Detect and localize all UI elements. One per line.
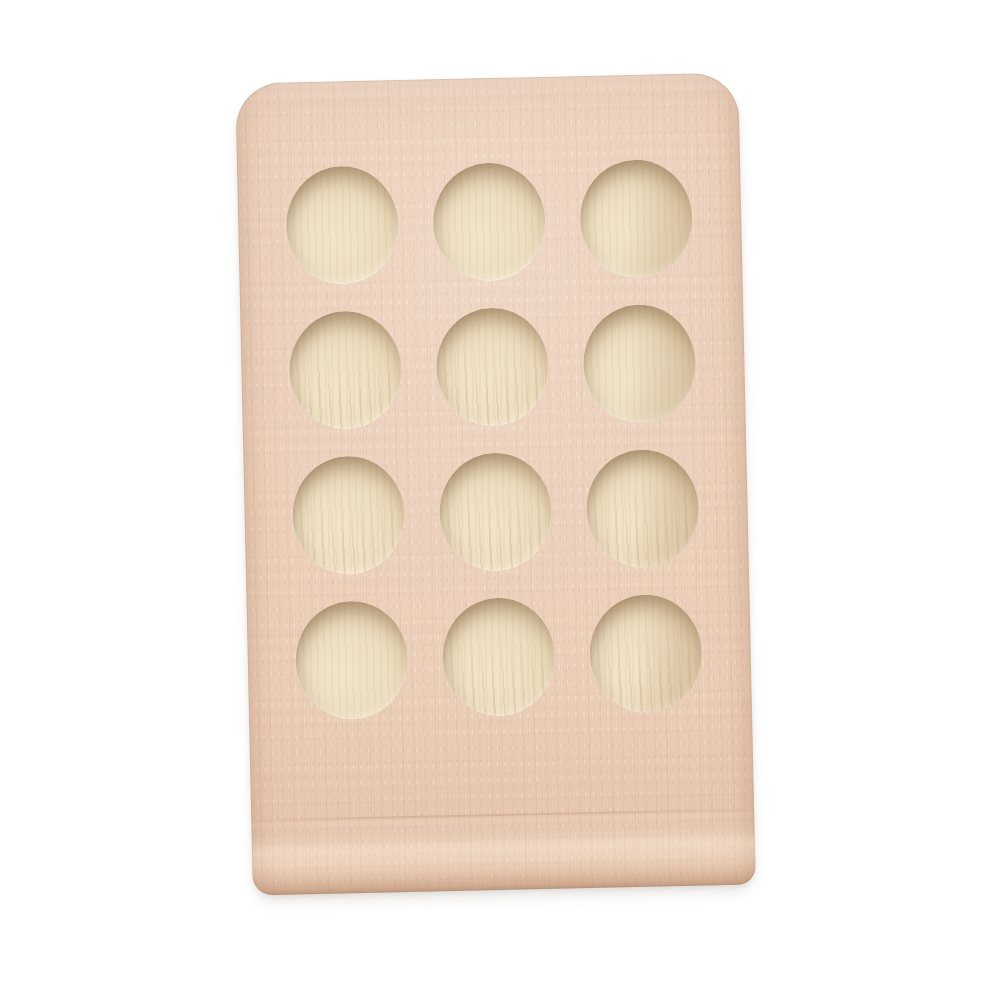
cell-r1-c2: [414, 147, 564, 295]
wooden-board: [235, 73, 756, 896]
cell-r1-c1: [267, 151, 417, 299]
pit-r3-c3[interactable]: [585, 448, 700, 568]
pit-r2-c3[interactable]: [582, 303, 697, 423]
pit-r3-c1[interactable]: [291, 455, 406, 575]
cell-r4-c2: [423, 582, 573, 730]
photo-canvas: [0, 0, 1000, 1000]
cell-r2-c1: [270, 296, 420, 444]
cell-r3-c3: [567, 434, 717, 582]
cell-r3-c1: [273, 441, 423, 589]
pit-r2-c1[interactable]: [288, 310, 403, 430]
crease-line: [257, 809, 748, 822]
pit-r1-c1[interactable]: [285, 165, 400, 285]
pit-r3-c2[interactable]: [438, 451, 553, 571]
pit-r4-c3[interactable]: [588, 593, 703, 713]
pit-grid: [267, 144, 721, 733]
pit-r4-c1[interactable]: [294, 599, 409, 719]
pit-r4-c2[interactable]: [441, 596, 556, 716]
cell-r1-c3: [561, 144, 711, 292]
cell-r2-c3: [564, 289, 714, 437]
pit-r1-c3[interactable]: [578, 158, 693, 278]
stand-lip: [251, 808, 756, 895]
pit-r2-c2[interactable]: [435, 306, 550, 426]
cell-r3-c2: [420, 437, 570, 585]
pit-r1-c2[interactable]: [432, 161, 547, 281]
cell-r4-c1: [276, 586, 426, 734]
cell-r2-c2: [417, 292, 567, 440]
cell-r4-c3: [570, 579, 720, 727]
